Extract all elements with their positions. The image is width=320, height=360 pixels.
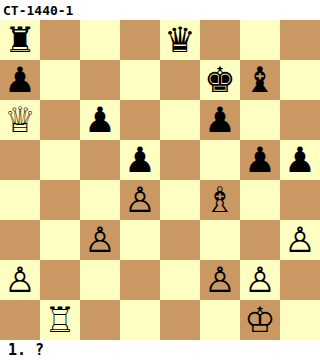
black-pawn: ♟ — [244, 140, 275, 180]
square-c8[interactable] — [80, 20, 120, 60]
square-e6[interactable] — [160, 100, 200, 140]
square-h4[interactable] — [280, 180, 320, 220]
square-a1[interactable] — [0, 300, 40, 340]
square-b2[interactable] — [40, 260, 80, 300]
square-g5[interactable]: ♟ — [240, 140, 280, 180]
square-a5[interactable] — [0, 140, 40, 180]
square-c5[interactable] — [80, 140, 120, 180]
square-e3[interactable] — [160, 220, 200, 260]
square-a6[interactable]: ♕ — [0, 100, 40, 140]
square-b4[interactable] — [40, 180, 80, 220]
square-g3[interactable] — [240, 220, 280, 260]
square-a7[interactable]: ♟ — [0, 60, 40, 100]
square-a4[interactable] — [0, 180, 40, 220]
puzzle-title-bar: CT-1440-1 — [0, 0, 320, 20]
square-e5[interactable] — [160, 140, 200, 180]
square-d2[interactable] — [120, 260, 160, 300]
square-d7[interactable] — [120, 60, 160, 100]
square-f6[interactable]: ♟ — [200, 100, 240, 140]
white-pawn: ♙ — [4, 260, 35, 300]
square-h5[interactable]: ♟ — [280, 140, 320, 180]
move-prompt: 1. ? — [0, 341, 44, 359]
square-d8[interactable] — [120, 20, 160, 60]
square-f8[interactable] — [200, 20, 240, 60]
black-pawn: ♟ — [4, 60, 35, 100]
black-queen: ♛ — [164, 20, 195, 60]
square-f3[interactable] — [200, 220, 240, 260]
chess-puzzle-page: CT-1440-1 ♜♛♟♚♝♕♟♟♟♟♟♙♗♙♙♙♙♙♖♔ 1. ? — [0, 0, 320, 360]
square-b1[interactable]: ♖ — [40, 300, 80, 340]
black-pawn: ♟ — [204, 100, 235, 140]
square-c2[interactable] — [80, 260, 120, 300]
black-bishop: ♝ — [244, 60, 275, 100]
square-h2[interactable] — [280, 260, 320, 300]
chess-board: ♜♛♟♚♝♕♟♟♟♟♟♙♗♙♙♙♙♙♖♔ — [0, 20, 320, 340]
square-h7[interactable] — [280, 60, 320, 100]
white-king: ♔ — [244, 300, 275, 340]
square-c4[interactable] — [80, 180, 120, 220]
square-f4[interactable]: ♗ — [200, 180, 240, 220]
white-bishop: ♗ — [204, 180, 235, 220]
square-g7[interactable]: ♝ — [240, 60, 280, 100]
square-a2[interactable]: ♙ — [0, 260, 40, 300]
square-f1[interactable] — [200, 300, 240, 340]
square-f5[interactable] — [200, 140, 240, 180]
square-g6[interactable] — [240, 100, 280, 140]
square-e7[interactable] — [160, 60, 200, 100]
move-prompt-bar: 1. ? — [0, 340, 320, 360]
square-b7[interactable] — [40, 60, 80, 100]
black-pawn: ♟ — [84, 100, 115, 140]
square-h1[interactable] — [280, 300, 320, 340]
square-h8[interactable] — [280, 20, 320, 60]
black-pawn: ♟ — [124, 140, 155, 180]
square-b3[interactable] — [40, 220, 80, 260]
white-pawn: ♙ — [244, 260, 275, 300]
square-e4[interactable] — [160, 180, 200, 220]
square-g2[interactable]: ♙ — [240, 260, 280, 300]
square-b6[interactable] — [40, 100, 80, 140]
square-g8[interactable] — [240, 20, 280, 60]
black-king: ♚ — [204, 60, 235, 100]
square-f7[interactable]: ♚ — [200, 60, 240, 100]
white-rook: ♖ — [44, 300, 75, 340]
square-d3[interactable] — [120, 220, 160, 260]
square-c3[interactable]: ♙ — [80, 220, 120, 260]
square-h6[interactable] — [280, 100, 320, 140]
square-d6[interactable] — [120, 100, 160, 140]
white-pawn: ♙ — [124, 180, 155, 220]
square-e8[interactable]: ♛ — [160, 20, 200, 60]
white-queen: ♕ — [4, 100, 35, 140]
square-d1[interactable] — [120, 300, 160, 340]
white-pawn: ♙ — [84, 220, 115, 260]
square-a8[interactable]: ♜ — [0, 20, 40, 60]
white-pawn: ♙ — [284, 220, 315, 260]
square-e2[interactable] — [160, 260, 200, 300]
square-c1[interactable] — [80, 300, 120, 340]
white-pawn: ♙ — [204, 260, 235, 300]
square-a3[interactable] — [0, 220, 40, 260]
puzzle-id: CT-1440-1 — [0, 3, 73, 18]
square-g4[interactable] — [240, 180, 280, 220]
square-g1[interactable]: ♔ — [240, 300, 280, 340]
square-f2[interactable]: ♙ — [200, 260, 240, 300]
square-h3[interactable]: ♙ — [280, 220, 320, 260]
square-d4[interactable]: ♙ — [120, 180, 160, 220]
black-pawn: ♟ — [284, 140, 315, 180]
square-b8[interactable] — [40, 20, 80, 60]
square-c7[interactable] — [80, 60, 120, 100]
square-b5[interactable] — [40, 140, 80, 180]
square-d5[interactable]: ♟ — [120, 140, 160, 180]
black-rook: ♜ — [4, 20, 35, 60]
square-e1[interactable] — [160, 300, 200, 340]
square-c6[interactable]: ♟ — [80, 100, 120, 140]
